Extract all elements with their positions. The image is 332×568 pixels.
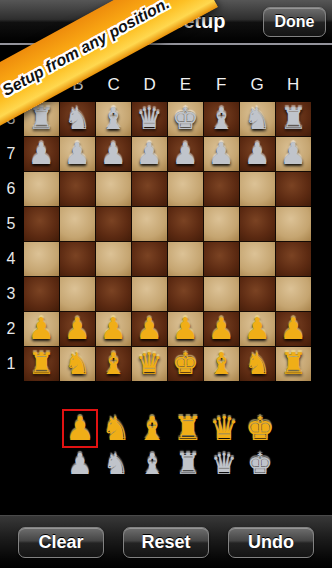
square-a6[interactable]	[24, 172, 59, 206]
square-a2[interactable]: ♟	[24, 312, 59, 346]
tray-slot-gold-rook[interactable]: ♜	[170, 409, 206, 448]
square-h5[interactable]	[276, 207, 311, 241]
file-label-f: F	[203, 72, 239, 98]
gold-pawn: ♟	[136, 312, 163, 346]
tray-slot-silver-knight[interactable]: ♞	[98, 448, 134, 481]
square-g6[interactable]	[240, 172, 275, 206]
square-d4[interactable]	[132, 242, 167, 276]
silver-pawn: ♟	[100, 137, 127, 171]
gold-knight: ♞	[64, 347, 91, 381]
square-e1[interactable]: ♚	[168, 347, 203, 381]
square-e4[interactable]	[168, 242, 203, 276]
square-h2[interactable]: ♟	[276, 312, 311, 346]
rank-label-7: 7	[0, 137, 22, 172]
tray-slot-silver-rook[interactable]: ♜	[170, 448, 206, 481]
clear-button[interactable]: Clear	[18, 527, 104, 558]
square-c8[interactable]: ♝	[96, 102, 131, 136]
silver-pawn: ♟	[244, 137, 271, 171]
square-g4[interactable]	[240, 242, 275, 276]
square-f5[interactable]	[204, 207, 239, 241]
gold-rook: ♜	[280, 347, 307, 381]
gold-knight-icon: ♞	[101, 411, 131, 446]
square-a1[interactable]: ♜	[24, 347, 59, 381]
square-f4[interactable]	[204, 242, 239, 276]
silver-bishop: ♝	[208, 102, 235, 136]
silver-pawn: ♟	[64, 137, 91, 171]
tray-slot-silver-pawn[interactable]: ♟	[62, 448, 98, 481]
gold-pawn: ♟	[280, 312, 307, 346]
rank-labels: 87654321	[0, 102, 22, 381]
board-setup-screen: Board Setup Done ABCDEFGH 87654321 ♜♞♝♛♚…	[0, 0, 332, 568]
square-g7[interactable]: ♟	[240, 137, 275, 171]
gold-bishop: ♝	[208, 347, 235, 381]
square-a7[interactable]: ♟	[24, 137, 59, 171]
square-a3[interactable]	[24, 277, 59, 311]
silver-queen: ♛	[136, 102, 163, 136]
silver-king-icon: ♚	[247, 449, 273, 480]
square-d5[interactable]	[132, 207, 167, 241]
square-f7[interactable]: ♟	[204, 137, 239, 171]
square-e6[interactable]	[168, 172, 203, 206]
square-c7[interactable]: ♟	[96, 137, 131, 171]
rank-label-2: 2	[0, 311, 22, 346]
tray-gold-row: ♟♞♝♜♛♚	[62, 409, 278, 448]
square-b2[interactable]: ♟	[60, 312, 95, 346]
square-g5[interactable]	[240, 207, 275, 241]
square-h1[interactable]: ♜	[276, 347, 311, 381]
gold-king-icon: ♚	[245, 411, 275, 446]
square-g2[interactable]: ♟	[240, 312, 275, 346]
silver-pawn: ♟	[280, 137, 307, 171]
silver-knight: ♞	[244, 102, 271, 136]
square-f8[interactable]: ♝	[204, 102, 239, 136]
file-label-d: D	[132, 72, 168, 98]
square-e5[interactable]	[168, 207, 203, 241]
file-label-e: E	[168, 72, 204, 98]
tray-slot-gold-bishop[interactable]: ♝	[134, 409, 170, 448]
square-d1[interactable]: ♛	[132, 347, 167, 381]
silver-knight: ♞	[64, 102, 91, 136]
undo-button[interactable]: Undo	[228, 527, 314, 558]
square-f1[interactable]: ♝	[204, 347, 239, 381]
done-button[interactable]: Done	[263, 7, 326, 37]
gold-pawn: ♟	[172, 312, 199, 346]
square-h8[interactable]: ♜	[276, 102, 311, 136]
silver-knight-icon: ♞	[103, 449, 129, 480]
square-d3[interactable]	[132, 277, 167, 311]
gold-pawn: ♟	[28, 312, 55, 346]
silver-pawn-icon: ♟	[67, 449, 93, 480]
square-g3[interactable]	[240, 277, 275, 311]
square-e2[interactable]: ♟	[168, 312, 203, 346]
gold-bishop: ♝	[100, 347, 127, 381]
gold-rook-icon: ♜	[173, 411, 203, 446]
square-c5[interactable]	[96, 207, 131, 241]
silver-pawn: ♟	[172, 137, 199, 171]
silver-bishop: ♝	[100, 102, 127, 136]
rank-label-4: 4	[0, 242, 22, 277]
tray-slot-gold-knight[interactable]: ♞	[98, 409, 134, 448]
rank-label-5: 5	[0, 207, 22, 242]
chess-board: ♜♞♝♛♚♝♞♜♟♟♟♟♟♟♟♟♟♟♟♟♟♟♟♟♜♞♝♛♚♝♞♜	[24, 102, 311, 381]
rank-label-1: 1	[0, 346, 22, 381]
silver-pawn: ♟	[28, 137, 55, 171]
square-f6[interactable]	[204, 172, 239, 206]
gold-rook: ♜	[28, 347, 55, 381]
file-label-g: G	[239, 72, 275, 98]
gold-pawn: ♟	[64, 312, 91, 346]
square-a4[interactable]	[24, 242, 59, 276]
gold-pawn-icon: ♟	[65, 411, 95, 446]
gold-queen: ♛	[136, 347, 163, 381]
tray-silver-row: ♟♞♝♜♛♚	[62, 448, 278, 481]
square-h4[interactable]	[276, 242, 311, 276]
gold-pawn: ♟	[208, 312, 235, 346]
square-e7[interactable]: ♟	[168, 137, 203, 171]
square-g8[interactable]: ♞	[240, 102, 275, 136]
square-b4[interactable]	[60, 242, 95, 276]
gold-knight: ♞	[244, 347, 271, 381]
silver-queen-icon: ♛	[211, 449, 237, 480]
tray-slot-gold-king[interactable]: ♚	[242, 409, 278, 448]
silver-rook: ♜	[280, 102, 307, 136]
tray-slot-silver-king[interactable]: ♚	[242, 448, 278, 481]
square-f2[interactable]: ♟	[204, 312, 239, 346]
square-c2[interactable]: ♟	[96, 312, 131, 346]
bottom-toolbar: Clear Reset Undo	[0, 515, 332, 568]
square-d6[interactable]	[132, 172, 167, 206]
square-c4[interactable]	[96, 242, 131, 276]
gold-pawn: ♟	[244, 312, 271, 346]
square-d2[interactable]: ♟	[132, 312, 167, 346]
square-d7[interactable]: ♟	[132, 137, 167, 171]
square-h7[interactable]: ♟	[276, 137, 311, 171]
square-c6[interactable]	[96, 172, 131, 206]
silver-king: ♚	[172, 102, 199, 136]
square-a5[interactable]	[24, 207, 59, 241]
square-c1[interactable]: ♝	[96, 347, 131, 381]
silver-rook-icon: ♜	[175, 449, 201, 480]
square-h6[interactable]	[276, 172, 311, 206]
reset-button[interactable]: Reset	[123, 527, 209, 558]
square-h3[interactable]	[276, 277, 311, 311]
rank-label-3: 3	[0, 276, 22, 311]
square-e3[interactable]	[168, 277, 203, 311]
square-f3[interactable]	[204, 277, 239, 311]
square-b7[interactable]: ♟	[60, 137, 95, 171]
gold-queen-icon: ♛	[209, 411, 239, 446]
silver-pawn: ♟	[208, 137, 235, 171]
square-b1[interactable]: ♞	[60, 347, 95, 381]
file-label-h: H	[275, 72, 311, 98]
square-b8[interactable]: ♞	[60, 102, 95, 136]
gold-pawn: ♟	[100, 312, 127, 346]
silver-pawn: ♟	[136, 137, 163, 171]
square-b3[interactable]	[60, 277, 95, 311]
square-d8[interactable]: ♛	[132, 102, 167, 136]
rank-label-6: 6	[0, 172, 22, 207]
gold-king: ♚	[172, 347, 199, 381]
tray-slot-gold-pawn[interactable]: ♟	[62, 409, 98, 448]
silver-bishop-icon: ♝	[139, 449, 165, 480]
tray-slot-silver-bishop[interactable]: ♝	[134, 448, 170, 481]
gold-bishop-icon: ♝	[137, 411, 167, 446]
square-c3[interactable]	[96, 277, 131, 311]
square-e8[interactable]: ♚	[168, 102, 203, 136]
square-b6[interactable]	[60, 172, 95, 206]
tray-slot-gold-queen[interactable]: ♛	[206, 409, 242, 448]
square-b5[interactable]	[60, 207, 95, 241]
square-g1[interactable]: ♞	[240, 347, 275, 381]
tray-slot-silver-queen[interactable]: ♛	[206, 448, 242, 481]
file-label-c: C	[96, 72, 132, 98]
